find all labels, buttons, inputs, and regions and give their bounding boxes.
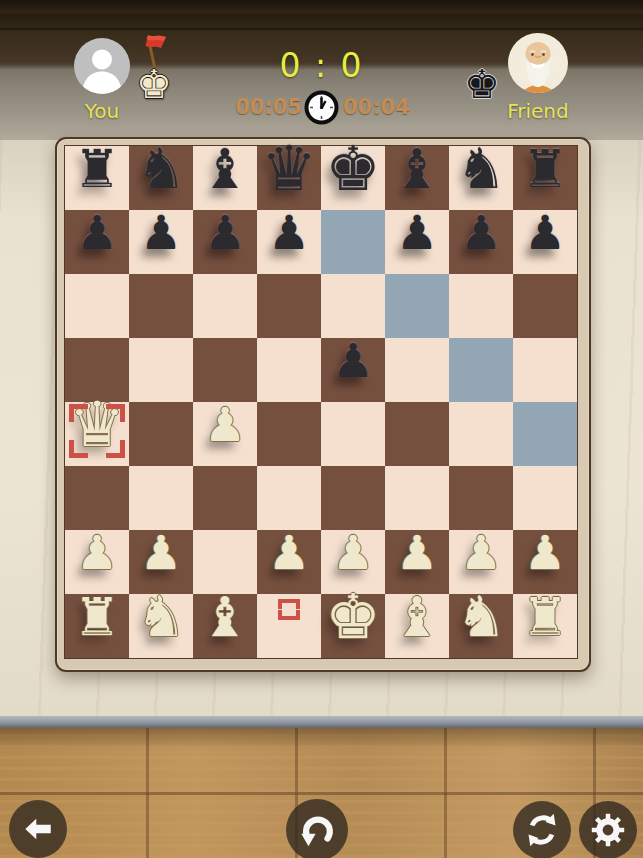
undo-button[interactable] <box>286 799 348 858</box>
sage-portrait-icon <box>508 33 568 93</box>
piece-white-pawn-f2[interactable]: ♟ <box>385 521 449 585</box>
square-c3[interactable] <box>193 466 257 530</box>
square-d5[interactable] <box>257 338 321 402</box>
undo-arrow-icon <box>298 811 336 849</box>
piece-white-pawn-c4[interactable]: ♟ <box>193 393 257 457</box>
piece-black-rook-a8[interactable]: ♜ <box>65 137 129 201</box>
board-frame: ♜♞♝♛♚♝♞♜♟♟♟♟♟♟♟♟♛♟♟♟♟♟♟♟♟♜♞♝♚♝♞♜ <box>55 137 591 672</box>
piece-white-pawn-d2[interactable]: ♟ <box>257 521 321 585</box>
clock-white: 00:05 <box>222 95 302 119</box>
piece-white-pawn-h2[interactable]: ♟ <box>513 521 577 585</box>
piece-white-pawn-a2[interactable]: ♟ <box>65 521 129 585</box>
board-grid: ♜♞♝♛♚♝♞♜♟♟♟♟♟♟♟♟♛♟♟♟♟♟♟♟♟♜♞♝♚♝♞♜ <box>65 146 577 658</box>
piece-black-knight-b8[interactable]: ♞ <box>129 137 193 201</box>
player-name-you: You <box>74 99 130 123</box>
square-f5[interactable] <box>385 338 449 402</box>
piece-white-pawn-g2[interactable]: ♟ <box>449 521 513 585</box>
piece-black-pawn-e5[interactable]: ♟ <box>321 329 385 393</box>
piece-white-bishop-f1[interactable]: ♝ <box>385 585 449 649</box>
table-edge <box>0 716 643 728</box>
piece-black-queen-d8[interactable]: ♛ <box>257 137 321 201</box>
square-a6[interactable] <box>65 274 129 338</box>
square-b4[interactable] <box>129 402 193 466</box>
piece-black-pawn-h7[interactable]: ♟ <box>513 201 577 265</box>
piece-black-pawn-d7[interactable]: ♟ <box>257 201 321 265</box>
piece-white-bishop-c1[interactable]: ♝ <box>193 585 257 649</box>
piece-white-pawn-b2[interactable]: ♟ <box>129 521 193 585</box>
piece-black-pawn-f7[interactable]: ♟ <box>385 201 449 265</box>
piece-black-rook-h8[interactable]: ♜ <box>513 137 577 201</box>
square-f6[interactable] <box>385 274 449 338</box>
piece-white-rook-a1[interactable]: ♜ <box>65 585 129 649</box>
piece-black-king-e8[interactable]: ♚ <box>321 137 385 201</box>
black-king-icon: ♚ <box>464 64 500 104</box>
gear-icon <box>590 812 626 848</box>
piece-black-bishop-f8[interactable]: ♝ <box>385 137 449 201</box>
player-name-friend: Friend <box>498 99 578 123</box>
square-g4[interactable] <box>449 402 513 466</box>
piece-white-queen-a4[interactable]: ♛ <box>65 393 129 457</box>
square-d4[interactable] <box>257 402 321 466</box>
piece-white-king-e1[interactable]: ♚ <box>321 585 385 649</box>
square-g5[interactable] <box>449 338 513 402</box>
square-h6[interactable] <box>513 274 577 338</box>
square-h5[interactable] <box>513 338 577 402</box>
piece-black-pawn-g7[interactable]: ♟ <box>449 201 513 265</box>
square-b6[interactable] <box>129 274 193 338</box>
piece-white-knight-b1[interactable]: ♞ <box>129 585 193 649</box>
square-c6[interactable] <box>193 274 257 338</box>
square-b5[interactable] <box>129 338 193 402</box>
rotate-refresh-icon <box>524 812 560 848</box>
piece-black-pawn-a7[interactable]: ♟ <box>65 201 129 265</box>
avatar-friend <box>508 33 568 93</box>
piece-black-pawn-c7[interactable]: ♟ <box>193 201 257 265</box>
piece-black-bishop-c8[interactable]: ♝ <box>193 137 257 201</box>
piece-white-pawn-e2[interactable]: ♟ <box>321 521 385 585</box>
piece-black-pawn-b7[interactable]: ♟ <box>129 201 193 265</box>
square-d1[interactable] <box>257 594 321 658</box>
piece-black-knight-g8[interactable]: ♞ <box>449 137 513 201</box>
back-arrow-icon <box>21 812 55 846</box>
clock-icon <box>304 90 339 129</box>
chess-3d-app: You ♚ 0 : 0 00:05 00:04 ♚ <box>0 0 643 858</box>
piece-white-rook-h1[interactable]: ♜ <box>513 585 577 649</box>
back-button[interactable] <box>9 800 67 858</box>
square-e7[interactable] <box>321 210 385 274</box>
square-f4[interactable] <box>385 402 449 466</box>
square-e4[interactable] <box>321 402 385 466</box>
square-d6[interactable] <box>257 274 321 338</box>
rotate-button[interactable] <box>513 801 571 858</box>
settings-button[interactable] <box>579 801 637 858</box>
piece-white-knight-g1[interactable]: ♞ <box>449 585 513 649</box>
clock-black: 00:04 <box>343 95 423 119</box>
square-g6[interactable] <box>449 274 513 338</box>
square-h4[interactable] <box>513 402 577 466</box>
